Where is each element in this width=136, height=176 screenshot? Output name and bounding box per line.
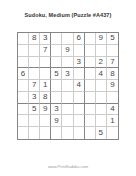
sudoku-cell	[74, 92, 85, 104]
sudoku-board: 8369579327653487149385934915	[17, 32, 119, 140]
sudoku-cell: 3	[29, 92, 40, 104]
sudoku-cell	[74, 45, 85, 57]
sudoku-cell: 4	[96, 68, 107, 80]
sudoku-cell: 3	[51, 104, 62, 116]
sudoku-cell: 9	[96, 33, 107, 45]
sudoku-cell: 9	[51, 115, 62, 127]
sudoku-cell	[74, 68, 85, 80]
sudoku-cell	[85, 45, 96, 57]
sudoku-cell	[18, 92, 29, 104]
sudoku-cell	[40, 115, 51, 127]
sudoku-cell	[62, 80, 73, 92]
sudoku-cell: 6	[74, 33, 85, 45]
sudoku-cell	[51, 57, 62, 69]
sudoku-cell: 8	[107, 68, 118, 80]
sudoku-cell: 7	[40, 45, 51, 57]
sudoku-cell	[51, 33, 62, 45]
sudoku-cell	[107, 127, 118, 139]
sudoku-cell: 7	[29, 80, 40, 92]
sudoku-cell: 8	[29, 33, 40, 45]
sudoku-cell	[85, 127, 96, 139]
sudoku-cell	[18, 80, 29, 92]
sudoku-cell	[18, 115, 29, 127]
sudoku-cell	[51, 92, 62, 104]
sudoku-cell: 3	[40, 33, 51, 45]
sudoku-cell: 4	[107, 104, 118, 116]
sudoku-cell	[51, 127, 62, 139]
page-title: Sudoku, Medium (Puzzle #A437)	[0, 12, 136, 18]
sudoku-cell	[18, 45, 29, 57]
sudoku-cell	[85, 104, 96, 116]
sudoku-cell: 3	[62, 68, 73, 80]
sudoku-cell	[96, 115, 107, 127]
footer-url: www.PrintSudoku.com	[0, 164, 136, 169]
sudoku-cell: 9	[107, 80, 118, 92]
sudoku-cell	[85, 115, 96, 127]
sudoku-cell: 9	[62, 45, 73, 57]
sudoku-cell: 1	[40, 80, 51, 92]
sudoku-cell	[62, 127, 73, 139]
sudoku-cell	[18, 33, 29, 45]
sudoku-cell: 5	[29, 104, 40, 116]
sudoku-cell	[85, 33, 96, 45]
sudoku-cell	[107, 45, 118, 57]
sudoku-cell	[96, 45, 107, 57]
sudoku-cell: 5	[96, 127, 107, 139]
sudoku-cell: 4	[74, 80, 85, 92]
sudoku-cell	[85, 57, 96, 69]
sudoku-cell	[18, 57, 29, 69]
sudoku-cell	[29, 57, 40, 69]
sudoku-cell: 2	[96, 57, 107, 69]
sudoku-cell: 6	[18, 68, 29, 80]
sudoku-cell	[29, 68, 40, 80]
sudoku-cell	[62, 33, 73, 45]
sudoku-cell	[40, 127, 51, 139]
sudoku-cell	[74, 115, 85, 127]
sudoku-cell	[18, 104, 29, 116]
sudoku-cell	[96, 80, 107, 92]
sudoku-cell	[29, 127, 40, 139]
sudoku-cell: 9	[40, 104, 51, 116]
sudoku-cell	[96, 104, 107, 116]
sudoku-cell	[62, 57, 73, 69]
sudoku-cell	[18, 127, 29, 139]
sudoku-cell	[62, 104, 73, 116]
sudoku-cell	[29, 45, 40, 57]
sudoku-cell: 5	[107, 33, 118, 45]
sudoku-cell	[62, 115, 73, 127]
sudoku-cell: 1	[107, 115, 118, 127]
sudoku-cell	[40, 57, 51, 69]
sudoku-cell	[74, 127, 85, 139]
sudoku-cell: 7	[107, 57, 118, 69]
sudoku-cell	[85, 80, 96, 92]
sudoku-cell	[40, 68, 51, 80]
sudoku-cell: 5	[51, 68, 62, 80]
sudoku-cell	[74, 104, 85, 116]
sudoku-cell	[29, 115, 40, 127]
sudoku-cell: 8	[40, 92, 51, 104]
sudoku-cell	[85, 68, 96, 80]
sudoku-cell	[85, 92, 96, 104]
sudoku-cell	[62, 92, 73, 104]
sudoku-cell	[51, 80, 62, 92]
sudoku-cell	[51, 45, 62, 57]
sudoku-cell	[107, 92, 118, 104]
sudoku-cell: 3	[74, 57, 85, 69]
sudoku-cell	[96, 92, 107, 104]
